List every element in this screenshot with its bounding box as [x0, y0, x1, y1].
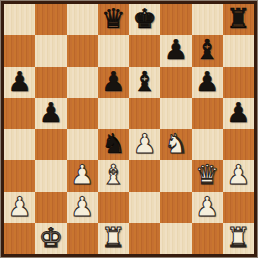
square-c3[interactable]: ♟	[67, 160, 98, 191]
piece-white-bishop-d3[interactable]: ♝	[101, 161, 125, 188]
piece-black-pawn-g6[interactable]: ♟	[195, 68, 219, 95]
piece-black-pawn-f7[interactable]: ♟	[164, 36, 188, 63]
square-b4[interactable]	[35, 129, 66, 160]
chess-board: ♛♚♜♟♝♟♟♝♟♟♟♞♟♞♟♝♛♟♟♟♟♚♜♜	[4, 4, 254, 254]
square-h6[interactable]	[223, 67, 254, 98]
piece-white-pawn-e4[interactable]: ♟	[133, 130, 157, 157]
piece-black-pawn-a6[interactable]: ♟	[8, 68, 32, 95]
piece-black-pawn-b5[interactable]: ♟	[39, 99, 63, 126]
piece-black-bishop-g7[interactable]: ♝	[195, 36, 219, 63]
square-c2[interactable]: ♟	[67, 192, 98, 223]
square-h1[interactable]: ♜	[223, 223, 254, 254]
square-g1[interactable]	[192, 223, 223, 254]
piece-black-king-e8[interactable]: ♚	[133, 5, 157, 32]
square-b2[interactable]	[35, 192, 66, 223]
square-c5[interactable]	[67, 98, 98, 129]
piece-white-pawn-c2[interactable]: ♟	[70, 193, 94, 220]
square-f3[interactable]	[160, 160, 191, 191]
square-e5[interactable]	[129, 98, 160, 129]
square-a5[interactable]	[4, 98, 35, 129]
square-g6[interactable]: ♟	[192, 67, 223, 98]
square-f1[interactable]	[160, 223, 191, 254]
square-h8[interactable]: ♜	[223, 4, 254, 35]
square-g3[interactable]: ♛	[192, 160, 223, 191]
square-a2[interactable]: ♟	[4, 192, 35, 223]
square-c8[interactable]	[67, 4, 98, 35]
square-h4[interactable]	[223, 129, 254, 160]
square-f2[interactable]	[160, 192, 191, 223]
square-f5[interactable]	[160, 98, 191, 129]
square-h7[interactable]	[223, 35, 254, 66]
square-d1[interactable]: ♜	[98, 223, 129, 254]
square-d8[interactable]: ♛	[98, 4, 129, 35]
square-d7[interactable]	[98, 35, 129, 66]
square-a3[interactable]	[4, 160, 35, 191]
piece-black-knight-d4[interactable]: ♞	[101, 130, 125, 157]
square-a1[interactable]	[4, 223, 35, 254]
piece-black-pawn-d6[interactable]: ♟	[101, 68, 125, 95]
piece-white-pawn-a2[interactable]: ♟	[8, 193, 32, 220]
square-f8[interactable]	[160, 4, 191, 35]
square-f7[interactable]: ♟	[160, 35, 191, 66]
piece-white-pawn-c3[interactable]: ♟	[70, 161, 94, 188]
square-e8[interactable]: ♚	[129, 4, 160, 35]
square-b7[interactable]	[35, 35, 66, 66]
piece-white-rook-h1[interactable]: ♜	[226, 224, 250, 251]
square-b8[interactable]	[35, 4, 66, 35]
piece-black-bishop-e6[interactable]: ♝	[133, 68, 157, 95]
square-f6[interactable]	[160, 67, 191, 98]
square-b6[interactable]	[35, 67, 66, 98]
square-g4[interactable]	[192, 129, 223, 160]
square-c1[interactable]	[67, 223, 98, 254]
square-h3[interactable]: ♟	[223, 160, 254, 191]
square-a6[interactable]: ♟	[4, 67, 35, 98]
piece-black-pawn-h5[interactable]: ♟	[226, 99, 250, 126]
square-h5[interactable]: ♟	[223, 98, 254, 129]
square-g2[interactable]: ♟	[192, 192, 223, 223]
square-d4[interactable]: ♞	[98, 129, 129, 160]
square-h2[interactable]	[223, 192, 254, 223]
piece-white-knight-f4[interactable]: ♞	[164, 130, 188, 157]
square-a7[interactable]	[4, 35, 35, 66]
square-e1[interactable]	[129, 223, 160, 254]
piece-white-pawn-g2[interactable]: ♟	[195, 193, 219, 220]
piece-white-pawn-h3[interactable]: ♟	[226, 161, 250, 188]
square-e4[interactable]: ♟	[129, 129, 160, 160]
piece-black-queen-d8[interactable]: ♛	[101, 5, 125, 32]
square-g8[interactable]	[192, 4, 223, 35]
piece-white-king-b1[interactable]: ♚	[39, 224, 63, 251]
piece-black-rook-h8[interactable]: ♜	[226, 5, 250, 32]
square-d3[interactable]: ♝	[98, 160, 129, 191]
square-b3[interactable]	[35, 160, 66, 191]
square-e2[interactable]	[129, 192, 160, 223]
square-e7[interactable]	[129, 35, 160, 66]
piece-white-rook-d1[interactable]: ♜	[101, 224, 125, 251]
square-f4[interactable]: ♞	[160, 129, 191, 160]
square-e6[interactable]: ♝	[129, 67, 160, 98]
square-c6[interactable]	[67, 67, 98, 98]
square-d2[interactable]	[98, 192, 129, 223]
square-b5[interactable]: ♟	[35, 98, 66, 129]
chess-board-frame: ♛♚♜♟♝♟♟♝♟♟♟♞♟♞♟♝♛♟♟♟♟♚♜♜	[0, 0, 258, 258]
square-d5[interactable]	[98, 98, 129, 129]
square-d6[interactable]: ♟	[98, 67, 129, 98]
square-c4[interactable]	[67, 129, 98, 160]
square-g5[interactable]	[192, 98, 223, 129]
square-e3[interactable]	[129, 160, 160, 191]
square-a4[interactable]	[4, 129, 35, 160]
square-b1[interactable]: ♚	[35, 223, 66, 254]
square-c7[interactable]	[67, 35, 98, 66]
square-a8[interactable]	[4, 4, 35, 35]
square-g7[interactable]: ♝	[192, 35, 223, 66]
piece-white-queen-g3[interactable]: ♛	[195, 161, 219, 188]
